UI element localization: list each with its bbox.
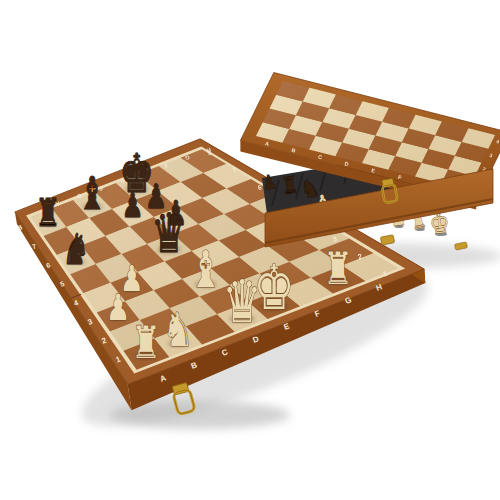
piece-white-king-e1: ♚ <box>253 251 294 324</box>
piece-white-rook-g1: ♜ <box>323 242 353 294</box>
chess-set-photo: ABCDEFGHABCDEFGH1234567812345678♜♝♚♟♟♞♟♛… <box>0 0 500 500</box>
piece-black-rook-a8: ♜ <box>35 190 61 235</box>
scene-svg: ABCDEFGHABCDEFGH1234567812345678♜♝♚♟♟♞♟♛… <box>0 0 500 500</box>
piece-black-knight-a6: ♞ <box>62 224 90 274</box>
piece-black-bishop-c8: ♝ <box>77 167 107 219</box>
piece-black-pawn-d7: ♟ <box>122 186 144 225</box>
piece-black-queen-d5: ♛ <box>151 202 187 265</box>
piece-white-rook-a1: ♜ <box>131 316 161 368</box>
piece-white-bishop-d3: ♝ <box>189 239 223 299</box>
piece-white-knight-b1: ♞ <box>162 303 193 358</box>
piece-white-pawn-a3: ♟ <box>106 286 130 329</box>
storage-box: ♟♜♞♝♟ABCDEFGH1234♝♟♟♟♜♚ <box>240 73 500 251</box>
